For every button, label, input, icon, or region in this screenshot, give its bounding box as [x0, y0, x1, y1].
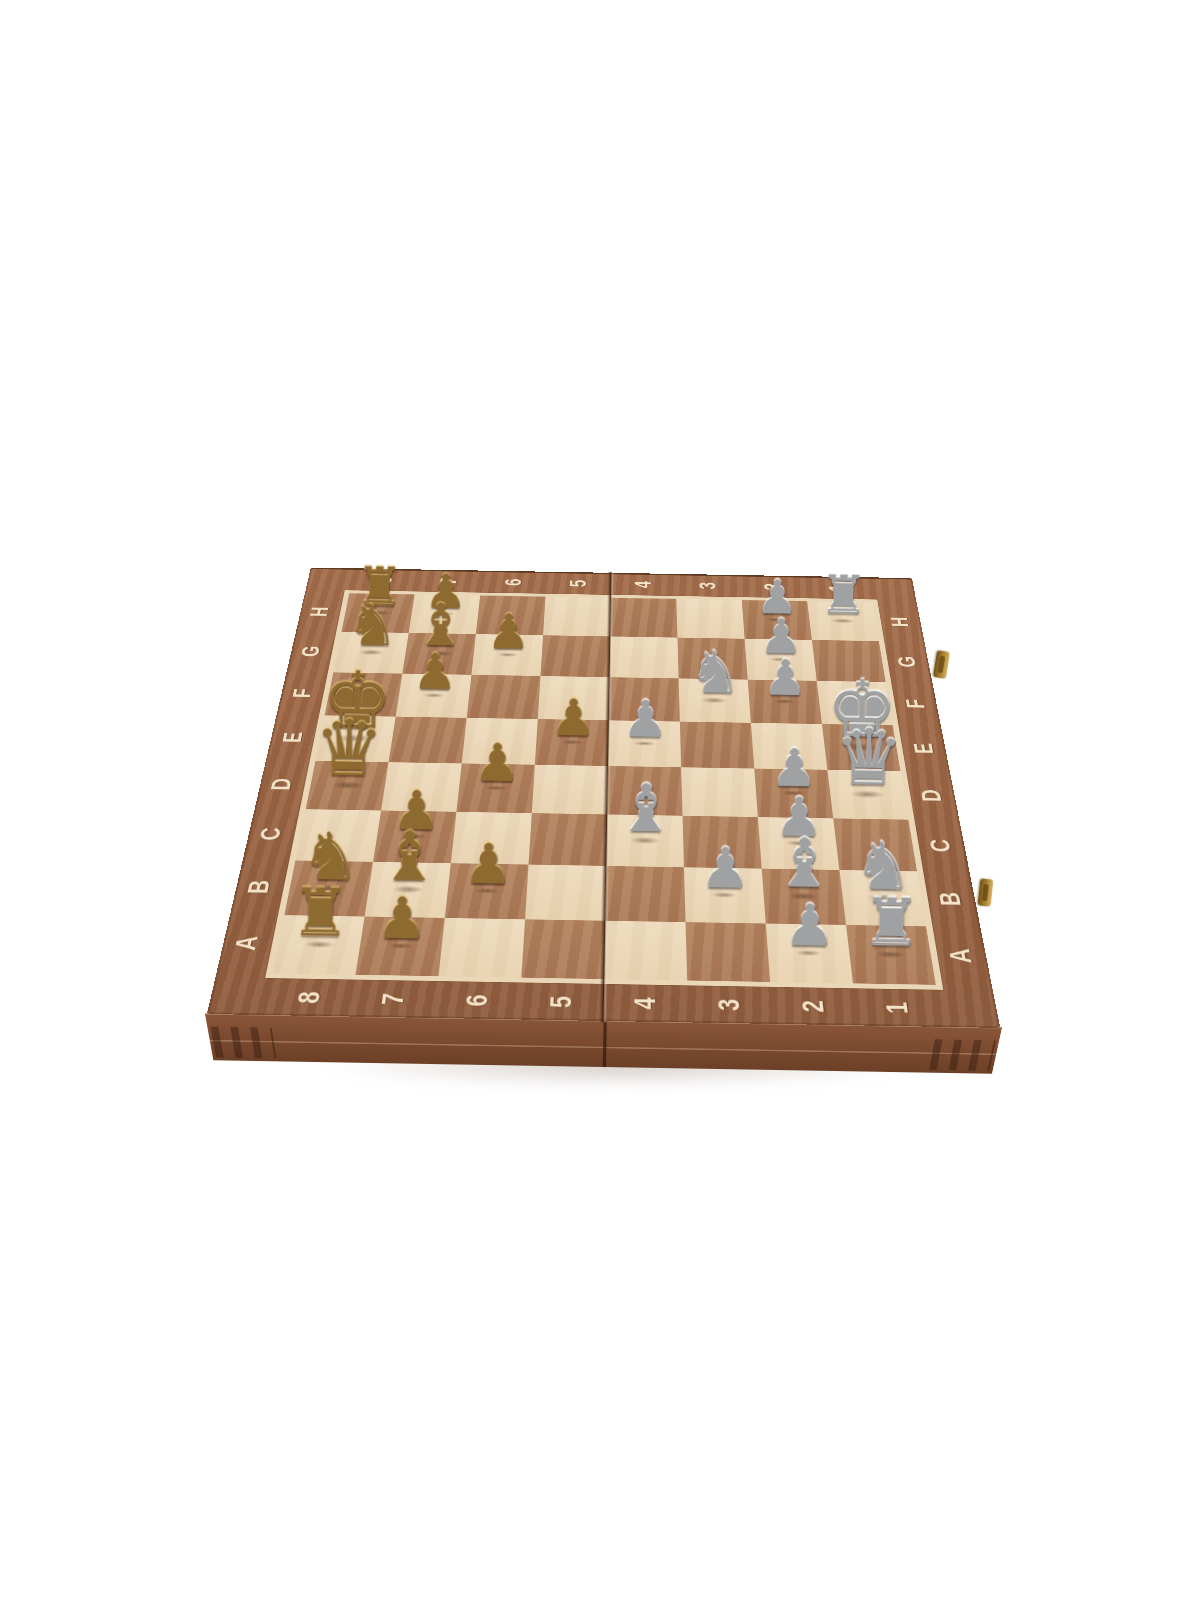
coordinate-label: F: [289, 688, 316, 698]
coordinate-label: A: [232, 936, 264, 951]
front-rail-fold-line: [603, 1020, 607, 1067]
silver-bishop-b2: ♝: [773, 832, 835, 897]
coordinate-label: H: [888, 617, 913, 627]
coordinate-label: 4: [631, 997, 661, 1010]
coordinate-label: B: [245, 880, 276, 894]
coordinate-label: 5: [547, 995, 577, 1008]
silver-knight-f3: ♞: [688, 645, 741, 701]
coordinate-label: 5: [567, 579, 590, 587]
coordinate-label: 3: [697, 582, 720, 590]
brass-clasp-icon: [933, 650, 950, 679]
silver-queen-d1: ♛: [833, 721, 903, 795]
coordinate-label: D: [268, 778, 297, 791]
silver-rook-h1: ♜: [819, 570, 868, 622]
coordinate-label: C: [927, 839, 956, 853]
dovetail-joint-right: [929, 1039, 996, 1071]
gold-pawn-a7: ♟: [375, 891, 427, 946]
brass-clasp-icon: [978, 878, 994, 906]
coordinate-label: 2: [761, 583, 784, 591]
silver-pawn-f2: ♟: [762, 654, 807, 701]
silver-bishop-c4: ♝: [616, 778, 676, 841]
coordinate-label: 8: [372, 576, 396, 584]
coordinate-label: 3: [715, 998, 745, 1011]
gold-pawn-d6: ♟: [473, 738, 521, 788]
gold-pawn-e5: ♟: [550, 694, 596, 743]
chessboard: 87654321 87654321 HGFEDCBA HGFEDCBA ♜♟♟♜…: [207, 568, 1000, 1028]
coordinate-label: H: [308, 607, 333, 617]
gold-queen-d8: ♛: [313, 711, 383, 785]
coordinate-label: D: [918, 789, 946, 802]
coordinate-label: 1: [882, 1001, 913, 1014]
gold-pawn-g6: ♟: [486, 609, 530, 655]
pieces-layer: ♜♟♟♜♞♝♟♟♟♞♟♚♟♟♚♛♟♟♛♟♝♟♞♝♟♟♝♞♜♟♟♜: [273, 593, 936, 985]
coordinate-label: 2: [799, 1000, 830, 1013]
silver-rook-a1: ♜: [861, 892, 921, 955]
gold-knight-g8: ♞: [346, 598, 398, 653]
gold-pawn-b6: ♟: [463, 838, 514, 891]
gold-pawn-f7: ♟: [412, 648, 457, 695]
coordinate-label: E: [279, 732, 307, 743]
coordinate-label: G: [299, 646, 325, 658]
coordinate-label: A: [946, 948, 977, 963]
coordinate-label: F: [903, 699, 929, 709]
gold-rook-a8: ♜: [290, 882, 350, 945]
clasp-hook-slot: [938, 656, 946, 674]
coordinate-label: B: [936, 892, 966, 906]
coordinate-label: 7: [378, 992, 409, 1005]
coordinate-label: 8: [294, 991, 326, 1004]
coordinate-label: 7: [437, 577, 461, 585]
clasp-hook-slot: [982, 884, 989, 901]
coordinate-label: 1: [826, 584, 850, 592]
silver-pawn-b3: ♟: [699, 842, 750, 895]
gold-bishop-b7: ♝: [378, 825, 440, 890]
silver-pawn-e4: ♟: [622, 695, 668, 744]
coordinate-label: C: [257, 827, 287, 840]
coordinate-label: G: [895, 656, 921, 668]
silver-pawn-a2: ♟: [783, 898, 835, 953]
coordinate-label: E: [910, 743, 937, 754]
product-photo: 87654321 87654321 HGFEDCBA HGFEDCBA ♜♟♟♜…: [0, 0, 1200, 1600]
coordinate-label: 6: [502, 578, 525, 586]
dovetail-joint-left: [211, 1027, 277, 1059]
coordinate-label: 4: [632, 581, 655, 589]
coordinate-label: 6: [463, 994, 493, 1007]
